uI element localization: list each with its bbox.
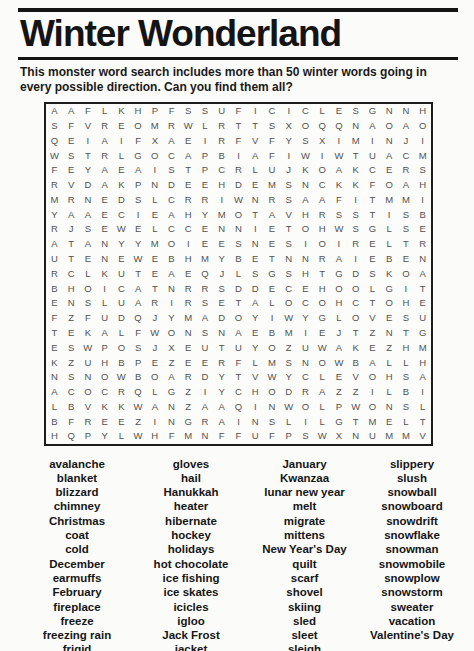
grid-cell: Y — [280, 133, 297, 148]
grid-cell: S — [280, 266, 297, 281]
grid-cell: I — [364, 133, 381, 148]
grid-cell: S — [163, 163, 180, 178]
grid-cell: A — [331, 340, 348, 355]
grid-cell: F — [79, 311, 96, 326]
grid-cell: G — [130, 148, 147, 163]
grid-cell: O — [230, 311, 247, 326]
grid-cell: Z — [381, 340, 398, 355]
grid-cell: L — [264, 296, 281, 311]
word-list-item: scarf — [246, 571, 363, 585]
grid-cell: A — [414, 266, 431, 281]
word-list-item: jacket — [136, 642, 246, 651]
grid-cell: G — [331, 414, 348, 429]
grid-cell: N — [163, 281, 180, 296]
grid-cell: B — [230, 251, 247, 266]
word-list-item: sleigh — [246, 642, 363, 651]
grid-cell: I — [247, 399, 264, 414]
grid-cell: S — [130, 192, 147, 207]
grid-cell: I — [247, 222, 264, 237]
grid-cell: M — [398, 192, 415, 207]
word-list-item: blizzard — [18, 485, 136, 499]
grid-cell: W — [297, 148, 314, 163]
grid-cell: D — [213, 311, 230, 326]
grid-cell: I — [314, 148, 331, 163]
grid-cell: N — [230, 222, 247, 237]
grid-cell: A — [264, 207, 281, 222]
grid-cell: I — [414, 384, 431, 399]
grid-cell: E — [381, 414, 398, 429]
grid-cell: W — [264, 370, 281, 385]
grid-cell: H — [398, 340, 415, 355]
grid-cell: K — [347, 177, 364, 192]
grid-cell: V — [79, 399, 96, 414]
grid-cell: F — [130, 133, 147, 148]
grid-cell: E — [79, 251, 96, 266]
grid-cell: R — [197, 414, 214, 429]
grid-cell: Q — [130, 311, 147, 326]
grid-cell: O — [297, 222, 314, 237]
grid-cell: A — [364, 355, 381, 370]
grid-cell: F — [46, 311, 63, 326]
grid-cell: T — [213, 340, 230, 355]
grid-cell: S — [398, 222, 415, 237]
grid-cell: Z — [364, 325, 381, 340]
grid-cell: E — [364, 251, 381, 266]
grid-cell: W — [46, 148, 63, 163]
grid-cell: A — [247, 296, 264, 311]
word-list-item: December — [18, 557, 136, 571]
grid-cell: I — [414, 192, 431, 207]
grid-cell: L — [331, 311, 348, 326]
grid-cell: S — [264, 118, 281, 133]
word-list-item: mittens — [246, 528, 363, 542]
grid-cell: H — [46, 429, 63, 444]
grid-cell: H — [247, 384, 264, 399]
word-list-item: snowman — [363, 542, 461, 556]
word-list-item: frigid — [18, 642, 136, 651]
grid-cell: A — [146, 399, 163, 414]
word-list-item: holidays — [136, 542, 246, 556]
grid-cell: H — [297, 266, 314, 281]
grid-cell: R — [146, 296, 163, 311]
grid-cell: L — [79, 266, 96, 281]
grid-cell: T — [63, 251, 80, 266]
grid-cell: E — [197, 177, 214, 192]
grid-cell: I — [347, 192, 364, 207]
grid-cell: B — [46, 281, 63, 296]
grid-cell: M — [146, 237, 163, 252]
grid-cell: R — [197, 192, 214, 207]
grid-cell: Y — [213, 251, 230, 266]
grid-cell: C — [163, 148, 180, 163]
grid-cell: E — [63, 163, 80, 178]
grid-cell: A — [364, 118, 381, 133]
word-list-item: igloo — [136, 614, 246, 628]
grid-cell: E — [46, 340, 63, 355]
grid-cell: R — [230, 163, 247, 178]
grid-cell: F — [264, 429, 281, 444]
grid-cell: Q — [46, 133, 63, 148]
grid-cell: E — [197, 355, 214, 370]
grid-cell: E — [213, 237, 230, 252]
grid-cell: S — [46, 118, 63, 133]
grid-cell: T — [230, 118, 247, 133]
grid-cell: O — [264, 340, 281, 355]
grid-cell: A — [230, 325, 247, 340]
grid-cell: Y — [280, 370, 297, 385]
grid-cell: E — [96, 222, 113, 237]
grid-cell: N — [180, 325, 197, 340]
grid-cell: R — [197, 281, 214, 296]
grid-cell: N — [163, 399, 180, 414]
grid-cell: E — [96, 207, 113, 222]
grid-cell: H — [180, 207, 197, 222]
grid-cell: S — [230, 237, 247, 252]
grid-cell: C — [264, 104, 281, 119]
grid-cell: P — [197, 148, 214, 163]
grid-cell: T — [398, 237, 415, 252]
grid-cell: H — [96, 355, 113, 370]
grid-cell: V — [79, 118, 96, 133]
grid-cell: P — [130, 177, 147, 192]
grid-cell: D — [230, 177, 247, 192]
grid-cell: U — [96, 311, 113, 326]
grid-cell: F — [163, 429, 180, 444]
grid-cell: A — [197, 399, 214, 414]
grid-cell: M — [398, 429, 415, 444]
grid-cell: B — [113, 355, 130, 370]
word-list-item: ice fishing — [136, 571, 246, 585]
grid-cell: E — [113, 118, 130, 133]
word-list-item: hibernate — [136, 514, 246, 528]
grid-cell: K — [347, 163, 364, 178]
grid-cell: C — [314, 177, 331, 192]
grid-cell: Y — [79, 163, 96, 178]
grid-cell: O — [347, 311, 364, 326]
grid-cell: T — [364, 207, 381, 222]
grid-cell: D — [197, 370, 214, 385]
grid-cell: W — [314, 429, 331, 444]
grid-cell: Y — [113, 237, 130, 252]
word-list-item: Valentine's Day — [363, 628, 461, 642]
grid-cell: N — [297, 251, 314, 266]
grid-cell: W — [230, 192, 247, 207]
grid-cell: D — [79, 177, 96, 192]
grid-cell: M — [414, 340, 431, 355]
grid-cell: L — [247, 355, 264, 370]
word-list-item: earmuffs — [18, 571, 136, 585]
grid-cell: I — [146, 163, 163, 178]
word-list-item: hockey — [136, 528, 246, 542]
grid-cell: O — [314, 355, 331, 370]
grid-cell: E — [146, 207, 163, 222]
grid-cell: K — [96, 399, 113, 414]
grid-cell: H — [381, 370, 398, 385]
word-list-item: snowflake — [363, 528, 461, 542]
grid-cell: C — [113, 207, 130, 222]
grid-cell: A — [63, 104, 80, 119]
grid-cell: H — [414, 104, 431, 119]
grid-cell: I — [96, 281, 113, 296]
grid-cell: T — [364, 296, 381, 311]
grid-cell: N — [347, 118, 364, 133]
grid-cell: M — [197, 251, 214, 266]
grid-cell: S — [398, 399, 415, 414]
grid-cell: R — [398, 163, 415, 178]
word-list-item: melt — [246, 499, 363, 513]
grid-cell: T — [364, 192, 381, 207]
grid-cell: U — [113, 266, 130, 281]
grid-cell: F — [230, 104, 247, 119]
grid-cell: A — [96, 133, 113, 148]
grid-cell: A — [247, 148, 264, 163]
word-list-column: JanuaryKwanzaalunar new yearmeltmigratem… — [246, 457, 363, 651]
grid-cell: S — [280, 192, 297, 207]
grid-cell: S — [347, 104, 364, 119]
word-list-column: slipperyslushsnowballsnowboardsnowdrifts… — [363, 457, 461, 651]
title-rule — [18, 57, 458, 60]
grid-cell: T — [79, 148, 96, 163]
grid-cell: T — [347, 325, 364, 340]
grid-cell: U — [414, 311, 431, 326]
grid-cell: C — [163, 192, 180, 207]
word-list-item: heater — [136, 499, 246, 513]
grid-cell: J — [213, 266, 230, 281]
grid-cell: R — [264, 192, 281, 207]
grid-cell: O — [381, 177, 398, 192]
grid-cell: Z — [331, 384, 348, 399]
grid-cell: A — [331, 251, 348, 266]
grid-cell: C — [297, 296, 314, 311]
word-list-item: icicles — [136, 600, 246, 614]
grid-cell: A — [297, 192, 314, 207]
grid-cell: L — [381, 355, 398, 370]
word-list-column: avalancheblanketblizzardchimneyChristmas… — [18, 457, 136, 651]
grid-cell: T — [414, 414, 431, 429]
grid-cell: I — [414, 133, 431, 148]
grid-cell: S — [347, 222, 364, 237]
grid-cell: N — [297, 177, 314, 192]
grid-cell: R — [46, 177, 63, 192]
grid-cell: C — [63, 266, 80, 281]
grid-cell: W — [180, 118, 197, 133]
grid-cell: F — [264, 148, 281, 163]
grid-cell: Z — [63, 311, 80, 326]
grid-cell: U — [113, 296, 130, 311]
grid-cell: P — [331, 399, 348, 414]
grid-cell: S — [180, 104, 197, 119]
grid-cell: F — [46, 163, 63, 178]
grid-cell: C — [280, 281, 297, 296]
grid-cell: H — [314, 281, 331, 296]
grid-cell: E — [247, 325, 264, 340]
grid-cell: V — [347, 370, 364, 385]
grid-cell: G — [163, 384, 180, 399]
grid-cell: A — [197, 311, 214, 326]
word-list-item: chimney — [18, 499, 136, 513]
grid-cell: I — [297, 237, 314, 252]
word-list-item: Hanukkah — [136, 485, 246, 499]
grid-cell: I — [197, 384, 214, 399]
grid-cell: M — [264, 177, 281, 192]
grid-cell: M — [180, 311, 197, 326]
grid-cell: U — [197, 340, 214, 355]
grid-cell: W — [331, 355, 348, 370]
grid-cell: E — [297, 281, 314, 296]
grid-cell: E — [381, 311, 398, 326]
grid-cell: H — [314, 222, 331, 237]
word-list-item: quilt — [246, 557, 363, 571]
grid-cell: G — [180, 414, 197, 429]
grid-cell: E — [146, 355, 163, 370]
grid-cell: E — [146, 266, 163, 281]
grid-cell: M — [381, 429, 398, 444]
grid-cell: J — [146, 340, 163, 355]
grid-cell: M — [364, 414, 381, 429]
grid-cell: A — [79, 207, 96, 222]
grid-cell: S — [297, 133, 314, 148]
grid-cell: T — [314, 266, 331, 281]
grid-cell: S — [280, 355, 297, 370]
grid-cell: E — [46, 296, 63, 311]
grid-cell: L — [146, 384, 163, 399]
word-list-item: snowdrift — [363, 514, 461, 528]
grid-cell: O — [146, 370, 163, 385]
grid-cell: S — [197, 296, 214, 311]
word-search-grid: AAFLKHPFSSUFICICLESGNNHSFVREOMRWLRTTSXOQ… — [44, 102, 433, 446]
grid-cell: R — [314, 207, 331, 222]
grid-cell: L — [398, 414, 415, 429]
grid-cell: G — [264, 266, 281, 281]
grid-cell: R — [347, 237, 364, 252]
grid-cell: P — [197, 163, 214, 178]
grid-cell: U — [264, 163, 281, 178]
grid-cell: O — [96, 370, 113, 385]
grid-cell: A — [46, 237, 63, 252]
grid-cell: J — [398, 133, 415, 148]
grid-cell: S — [398, 207, 415, 222]
grid-cell: O — [163, 325, 180, 340]
grid-cell: E — [146, 251, 163, 266]
grid-cell: F — [63, 414, 80, 429]
grid-cell: N — [247, 237, 264, 252]
grid-cell: S — [63, 340, 80, 355]
grid-cell: O — [398, 266, 415, 281]
grid-cell: F — [364, 177, 381, 192]
grid-cell: C — [297, 104, 314, 119]
grid-cell: N — [197, 429, 214, 444]
grid-cell: J — [146, 311, 163, 326]
grid-cell: W — [146, 325, 163, 340]
grid-cell: O — [347, 281, 364, 296]
grid-cell: G — [314, 311, 331, 326]
grid-cell: W — [331, 148, 348, 163]
grid-cell: F — [130, 325, 147, 340]
word-list-item: sled — [246, 614, 363, 628]
grid-cell: I — [180, 237, 197, 252]
grid-cell: Y — [46, 207, 63, 222]
grid-cell: Z — [280, 340, 297, 355]
grid-cell: T — [180, 163, 197, 178]
grid-cell: O — [146, 148, 163, 163]
grid-cell: O — [113, 340, 130, 355]
grid-cell: T — [398, 325, 415, 340]
grid-cell: A — [96, 325, 113, 340]
grid-cell: K — [79, 325, 96, 340]
grid-cell: P — [96, 340, 113, 355]
grid-cell: A — [414, 370, 431, 385]
grid-cell: W — [280, 399, 297, 414]
grid-cell: G — [331, 266, 348, 281]
grid-cell: C — [63, 384, 80, 399]
grid-cell: T — [146, 281, 163, 296]
word-list-item: vacation — [363, 614, 461, 628]
grid-cell: O — [264, 384, 281, 399]
grid-cell: N — [79, 192, 96, 207]
grid-cell: Y — [197, 207, 214, 222]
grid-cell: F — [163, 104, 180, 119]
grid-cell: A — [163, 133, 180, 148]
grid-cell: S — [213, 281, 230, 296]
grid-cell: H — [213, 177, 230, 192]
grid-cell: W — [79, 340, 96, 355]
grid-cell: R — [79, 414, 96, 429]
grid-cell: E — [180, 177, 197, 192]
grid-cell: A — [163, 266, 180, 281]
grid-cell: N — [381, 104, 398, 119]
grid-cell: Q — [130, 384, 147, 399]
grid-cell: M — [381, 192, 398, 207]
grid-cell: Z — [63, 355, 80, 370]
word-list-item: avalanche — [18, 457, 136, 471]
grid-cell: A — [314, 384, 331, 399]
grid-cell: Y — [163, 311, 180, 326]
grid-cell: N — [264, 399, 281, 414]
grid-cell: A — [331, 163, 348, 178]
word-list-item: sleet — [246, 628, 363, 642]
grid-cell: E — [364, 237, 381, 252]
grid-cell: S — [347, 207, 364, 222]
grid-cell: B — [347, 355, 364, 370]
grid-cell: B — [381, 251, 398, 266]
grid-cell: R — [96, 118, 113, 133]
grid-cell: E — [63, 325, 80, 340]
word-list-item: February — [18, 585, 136, 599]
grid-cell: N — [414, 251, 431, 266]
grid-cell: N — [213, 222, 230, 237]
grid-cell: H — [297, 207, 314, 222]
grid-cell: V — [280, 207, 297, 222]
grid-cell: H — [414, 355, 431, 370]
grid-cell: R — [297, 384, 314, 399]
grid-cell: A — [46, 104, 63, 119]
grid-cell: E — [264, 281, 281, 296]
grid-cell: N — [381, 133, 398, 148]
grid-cell: A — [130, 296, 147, 311]
grid-cell: Y — [96, 429, 113, 444]
word-list-item: snowboard — [363, 499, 461, 513]
grid-cell: G — [364, 104, 381, 119]
grid-cell: W — [113, 222, 130, 237]
grid-cell: L — [197, 118, 214, 133]
word-list-item: snowmobile — [363, 557, 461, 571]
grid-cell: R — [314, 251, 331, 266]
grid-cell: W — [130, 251, 147, 266]
grid-cell: O — [381, 296, 398, 311]
word-list-item: lunar new year — [246, 485, 363, 499]
grid-cell: E — [398, 251, 415, 266]
word-list-item: slippery — [363, 457, 461, 471]
